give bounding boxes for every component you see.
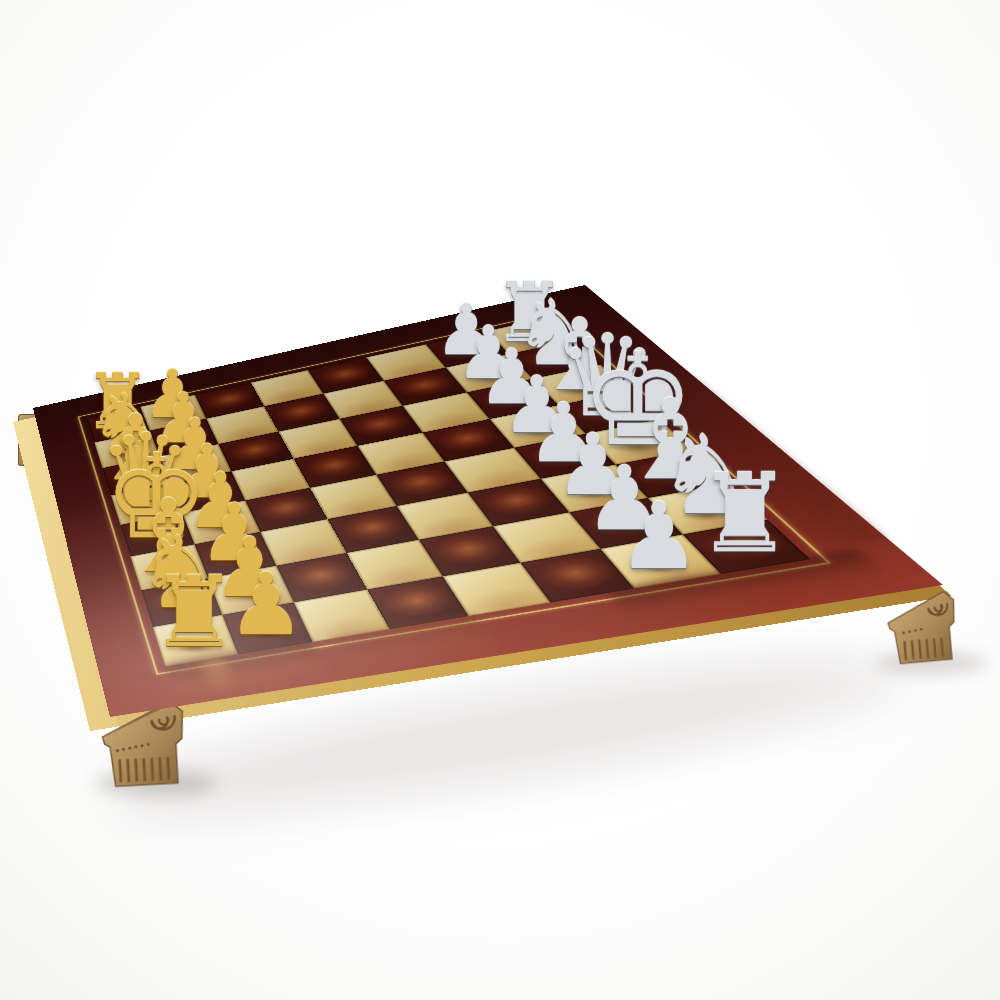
- piece-white-pawn[interactable]: ♟: [228, 562, 305, 648]
- piece-black-rook[interactable]: ♜: [696, 461, 793, 570]
- piece-black-pawn[interactable]: ♟: [618, 490, 701, 582]
- pieces-layer: ♜♞♝♛♚♝♞♜♟♟♟♟♟♟♟♟♟♟♟♟♟♟♟♟♜♞♝♛♚♝♞♜: [0, 0, 1000, 1000]
- product-photo-scene: ♜♞♝♛♚♝♞♜♟♟♟♟♟♟♟♟♟♟♟♟♟♟♟♟♜♞♝♛♚♝♞♜: [0, 0, 1000, 1000]
- piece-white-rook[interactable]: ♜: [150, 563, 238, 661]
